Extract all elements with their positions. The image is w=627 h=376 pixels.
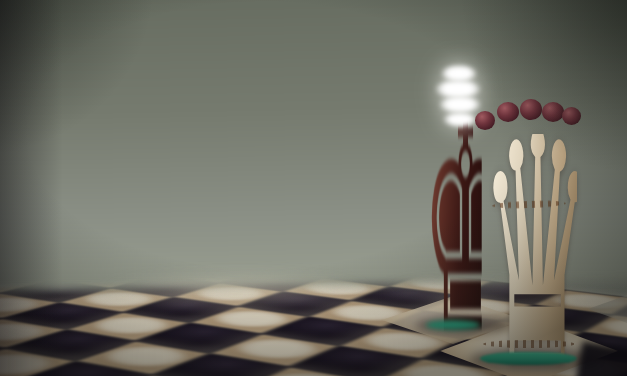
queen-crown-balls <box>472 92 582 134</box>
chess-photo-scene: ♚ ♛ <box>0 0 627 376</box>
crown-ball <box>475 111 495 130</box>
finial-highlight <box>442 66 476 81</box>
queen-felt-base <box>480 352 577 365</box>
crown-ball <box>562 107 581 125</box>
crown-ball <box>497 102 519 122</box>
wall-background <box>0 0 627 292</box>
crown-ball <box>520 99 542 120</box>
crown-ball <box>542 102 564 122</box>
king-felt-base <box>426 320 480 330</box>
queen-base-decoration <box>483 340 575 348</box>
